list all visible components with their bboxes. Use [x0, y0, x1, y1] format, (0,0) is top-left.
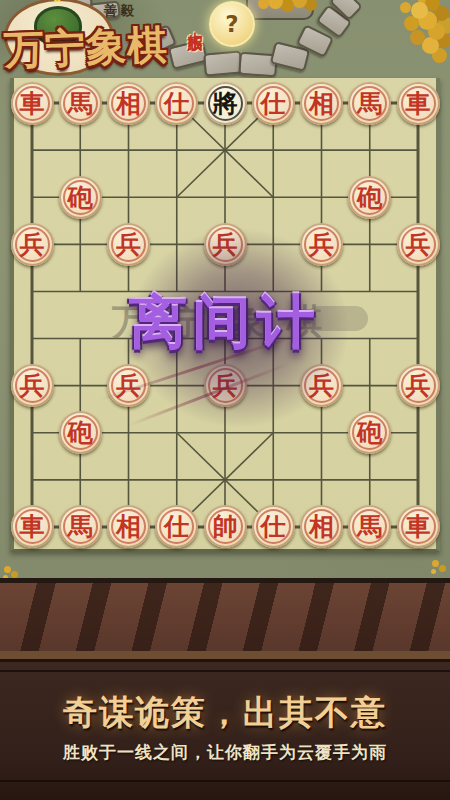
stone-rock: [246, 0, 314, 20]
piece-帥-red[interactable]: 帥: [204, 505, 247, 548]
flower-cluster-top-right: [400, 2, 411, 13]
piece-glyph: 兵: [20, 373, 45, 398]
piece-glyph: 兵: [20, 232, 45, 257]
piece-車-red[interactable]: 車: [11, 82, 54, 125]
piece-車-red[interactable]: 車: [11, 505, 54, 548]
piece-砲-red[interactable]: 砲: [59, 411, 102, 454]
piece-glyph: 車: [20, 514, 45, 539]
piece-相-red[interactable]: 相: [300, 505, 343, 548]
piece-馬-red[interactable]: 馬: [59, 82, 102, 125]
promo-tagline: 奇谋诡策，出其不意: [0, 690, 450, 736]
courtyard-background: 万宁象棋 車馬相仕將仕相馬車砲砲兵兵兵兵兵兵兵兵兵兵砲砲車馬相仕帥仕相馬車 离间…: [0, 0, 450, 578]
brand-small-text: 善毅: [104, 2, 138, 20]
piece-glyph: 馬: [357, 514, 382, 539]
piece-glyph: 馬: [68, 514, 93, 539]
piece-glyph: 仕: [261, 91, 286, 116]
piece-仕-red[interactable]: 仕: [252, 82, 295, 125]
piece-glyph: 仕: [261, 514, 286, 539]
piece-砲-red[interactable]: 砲: [348, 176, 391, 219]
wooden-beam: [0, 578, 450, 662]
promo-description: 胜败于一线之间，让你翻手为云覆手为雨: [0, 741, 450, 764]
piece-砲-red[interactable]: 砲: [59, 176, 102, 219]
piece-馬-red[interactable]: 馬: [348, 82, 391, 125]
piece-兵-red[interactable]: 兵: [397, 223, 440, 266]
piece-glyph: 兵: [116, 232, 141, 257]
piece-glyph: 仕: [164, 91, 189, 116]
piece-glyph: 相: [309, 514, 334, 539]
piece-將-black[interactable]: 將: [204, 82, 247, 125]
flower-cluster-bottom-right: [432, 560, 439, 567]
floor-section: 奇谋诡策，出其不意 胜败于一线之间，让你翻手为云覆手为雨: [0, 578, 450, 800]
piece-馬-red[interactable]: 馬: [59, 505, 102, 548]
piece-車-red[interactable]: 車: [397, 505, 440, 548]
piece-glyph: 砲: [68, 420, 93, 445]
help-button[interactable]: ?: [209, 1, 255, 47]
piece-馬-red[interactable]: 馬: [348, 505, 391, 548]
piece-glyph: 車: [406, 91, 431, 116]
piece-相-red[interactable]: 相: [107, 505, 150, 548]
piece-glyph: 相: [116, 514, 141, 539]
piece-兵-red[interactable]: 兵: [11, 364, 54, 407]
piece-仕-red[interactable]: 仕: [155, 505, 198, 548]
piece-車-red[interactable]: 車: [397, 82, 440, 125]
edition-badge: 大招版: [185, 20, 204, 26]
piece-glyph: 砲: [357, 420, 382, 445]
plank-seam: [0, 670, 450, 672]
piece-仕-red[interactable]: 仕: [252, 505, 295, 548]
piece-glyph: 砲: [357, 185, 382, 210]
piece-砲-red[interactable]: 砲: [348, 411, 391, 454]
app-screen: 万宁象棋 車馬相仕將仕相馬車砲砲兵兵兵兵兵兵兵兵兵兵砲砲車馬相仕帥仕相馬車 离间…: [0, 0, 450, 800]
piece-glyph: 相: [116, 91, 141, 116]
piece-glyph: 兵: [406, 232, 431, 257]
piece-glyph: 將: [213, 91, 238, 116]
puzzle-title: 离间计: [14, 284, 436, 362]
app-logo: ★ 善毅 万宁象棋 大招版: [0, 0, 215, 80]
piece-仕-red[interactable]: 仕: [155, 82, 198, 125]
piece-glyph: 相: [309, 91, 334, 116]
plank-seam: [0, 780, 450, 782]
flower-cluster-bottom-left: [4, 566, 11, 573]
piece-相-red[interactable]: 相: [300, 82, 343, 125]
piece-glyph: 兵: [406, 373, 431, 398]
piece-兵-red[interactable]: 兵: [397, 364, 440, 407]
piece-glyph: 車: [20, 91, 45, 116]
app-title: 万宁象棋: [3, 17, 169, 78]
piece-相-red[interactable]: 相: [107, 82, 150, 125]
piece-glyph: 砲: [68, 185, 93, 210]
piece-glyph: 馬: [68, 91, 93, 116]
xiangqi-board: 万宁象棋 車馬相仕將仕相馬車砲砲兵兵兵兵兵兵兵兵兵兵砲砲車馬相仕帥仕相馬車 离间…: [10, 78, 440, 552]
piece-glyph: 馬: [357, 91, 382, 116]
piece-glyph: 車: [406, 514, 431, 539]
piece-glyph: 帥: [213, 514, 238, 539]
piece-兵-red[interactable]: 兵: [107, 223, 150, 266]
piece-glyph: 仕: [164, 514, 189, 539]
piece-兵-red[interactable]: 兵: [11, 223, 54, 266]
